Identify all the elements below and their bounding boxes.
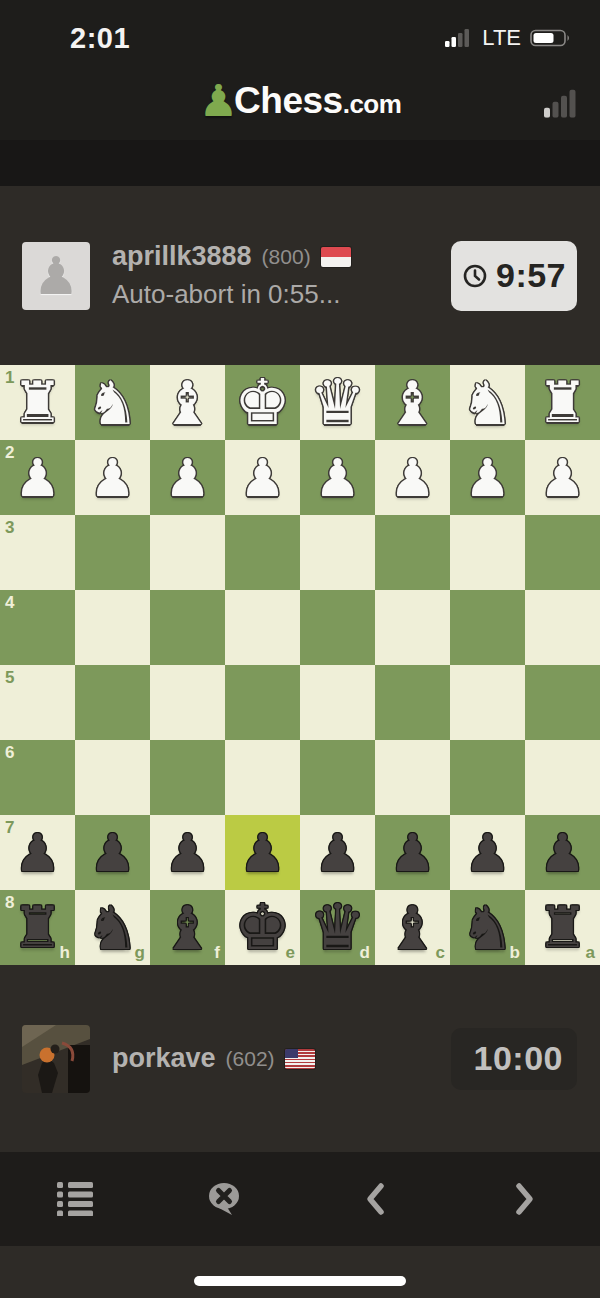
square-e4[interactable] <box>225 590 300 665</box>
own-clock-time: 10:00 <box>474 1039 563 1078</box>
opponent-clock-time: 9:57 <box>496 256 566 295</box>
square-c4[interactable] <box>375 590 450 665</box>
square-c1[interactable]: ♝ <box>375 365 450 440</box>
square-g6[interactable] <box>75 740 150 815</box>
chess-board[interactable]: ♜1♞♝♚♛♝♞♜♟2♟♟♟♟♟♟♟3456♟7♟♟♟♟♟♟♟♜8h♞g♝f♚e… <box>0 365 600 965</box>
piece-black-pawn[interactable]: ♟ <box>450 815 525 890</box>
piece-black-pawn[interactable]: ♟ <box>300 815 375 890</box>
game-toolbar <box>0 1152 600 1246</box>
square-a1[interactable]: ♜ <box>525 365 600 440</box>
logo-text: Chess.com <box>234 80 401 122</box>
piece-white-rook[interactable]: ♜ <box>525 365 600 440</box>
opponent-player-bar: ♟ aprillk3888 (800) Auto-abort in 0:55..… <box>0 186 600 365</box>
file-label-d: d <box>360 943 370 963</box>
chevron-right-icon <box>513 1181 537 1217</box>
square-a2[interactable]: ♟ <box>525 440 600 515</box>
file-label-g: g <box>135 943 145 963</box>
piece-white-knight[interactable]: ♞ <box>75 365 150 440</box>
own-username[interactable]: porkave <box>112 1043 216 1074</box>
square-h7[interactable]: ♟7 <box>0 815 75 890</box>
status-right-cluster: LTE <box>445 25 572 51</box>
square-g2[interactable]: ♟ <box>75 440 150 515</box>
square-f4[interactable] <box>150 590 225 665</box>
file-label-f: f <box>214 943 220 963</box>
home-indicator[interactable] <box>194 1276 406 1286</box>
square-h5[interactable]: 5 <box>0 665 75 740</box>
auto-abort-message: Auto-abort in 0:55... <box>112 279 451 310</box>
square-g8[interactable]: ♞g <box>75 890 150 965</box>
cell-signal-icon <box>445 29 473 47</box>
square-b7[interactable]: ♟ <box>450 815 525 890</box>
square-c2[interactable]: ♟ <box>375 440 450 515</box>
rank-label-8: 8 <box>5 893 14 913</box>
square-b2[interactable]: ♟ <box>450 440 525 515</box>
rank-label-5: 5 <box>5 668 14 688</box>
chat-disabled-button[interactable] <box>150 1152 300 1246</box>
piece-black-pawn[interactable]: ♟ <box>75 815 150 890</box>
square-h6[interactable]: 6 <box>0 740 75 815</box>
chesscom-app-screen: 2:01 LTE ♟ Chess.com <box>0 0 600 1298</box>
square-a4[interactable] <box>525 590 600 665</box>
chevron-left-icon <box>363 1181 387 1217</box>
square-f3[interactable] <box>150 515 225 590</box>
square-b6[interactable] <box>450 740 525 815</box>
rank-label-6: 6 <box>5 743 14 763</box>
rank-label-3: 3 <box>5 518 14 538</box>
chat-disabled-icon <box>207 1181 243 1217</box>
square-f7[interactable]: ♟ <box>150 815 225 890</box>
square-e7[interactable]: ♟ <box>225 815 300 890</box>
square-h4[interactable]: 4 <box>0 590 75 665</box>
square-d3[interactable] <box>300 515 375 590</box>
piece-white-pawn[interactable]: ♟ <box>300 440 375 515</box>
square-g4[interactable] <box>75 590 150 665</box>
previous-move-button[interactable] <box>300 1152 450 1246</box>
square-a6[interactable] <box>525 740 600 815</box>
square-g1[interactable]: ♞ <box>75 365 150 440</box>
rank-label-4: 4 <box>5 593 14 613</box>
opponent-info: aprillk3888 (800) Auto-abort in 0:55... <box>112 241 451 310</box>
square-f2[interactable]: ♟ <box>150 440 225 515</box>
piece-white-pawn[interactable]: ♟ <box>375 440 450 515</box>
default-pawn-avatar-icon: ♟ <box>33 246 80 306</box>
piece-black-pawn[interactable]: ♟ <box>150 815 225 890</box>
square-d2[interactable]: ♟ <box>300 440 375 515</box>
next-move-button[interactable] <box>450 1152 600 1246</box>
square-c8[interactable]: ♝c <box>375 890 450 965</box>
own-clock: 10:00 <box>451 1028 577 1090</box>
square-g3[interactable] <box>75 515 150 590</box>
square-b1[interactable]: ♞ <box>450 365 525 440</box>
square-d6[interactable] <box>300 740 375 815</box>
rank-label-2: 2 <box>5 443 14 463</box>
header-divider <box>0 140 600 186</box>
square-c3[interactable] <box>375 515 450 590</box>
square-h2[interactable]: ♟2 <box>0 440 75 515</box>
indonesia-flag-icon <box>321 247 351 267</box>
moves-list-icon <box>57 1182 93 1216</box>
piece-white-bishop[interactable]: ♝ <box>375 365 450 440</box>
status-bar: 2:01 LTE <box>0 0 600 62</box>
chesscom-logo: ♟ Chess.com <box>199 79 402 123</box>
square-b4[interactable] <box>450 590 525 665</box>
piece-white-pawn[interactable]: ♟ <box>225 440 300 515</box>
square-e5[interactable] <box>225 665 300 740</box>
usa-flag-icon <box>285 1049 315 1069</box>
app-header: ♟ Chess.com <box>0 62 600 140</box>
square-b3[interactable] <box>450 515 525 590</box>
file-label-b: b <box>510 943 520 963</box>
square-f1[interactable]: ♝ <box>150 365 225 440</box>
square-c7[interactable]: ♟ <box>375 815 450 890</box>
moves-list-button[interactable] <box>0 1152 150 1246</box>
piece-white-queen[interactable]: ♛ <box>300 365 375 440</box>
own-rating: (602) <box>226 1047 275 1071</box>
piece-white-knight[interactable]: ♞ <box>450 365 525 440</box>
square-f8[interactable]: ♝f <box>150 890 225 965</box>
square-h1[interactable]: ♜1 <box>0 365 75 440</box>
file-label-a: a <box>586 943 595 963</box>
own-player-bar: porkave (602) 10:00 <box>0 965 600 1152</box>
opponent-avatar[interactable]: ♟ <box>22 242 90 310</box>
clock-icon <box>462 263 488 289</box>
square-d1[interactable]: ♛ <box>300 365 375 440</box>
square-b8[interactable]: ♞b <box>450 890 525 965</box>
piece-white-king[interactable]: ♚ <box>225 365 300 440</box>
piece-black-pawn[interactable]: ♟ <box>525 815 600 890</box>
square-e1[interactable]: ♚ <box>225 365 300 440</box>
square-h8[interactable]: ♜8h <box>0 890 75 965</box>
square-b5[interactable] <box>450 665 525 740</box>
opponent-username[interactable]: aprillk3888 <box>112 241 252 272</box>
square-a8[interactable]: ♜a <box>525 890 600 965</box>
square-e3[interactable] <box>225 515 300 590</box>
green-pawn-logo-icon: ♟ <box>199 79 238 123</box>
square-g5[interactable] <box>75 665 150 740</box>
file-label-e: e <box>286 943 295 963</box>
piece-white-pawn[interactable]: ♟ <box>525 440 600 515</box>
piece-white-pawn[interactable]: ♟ <box>150 440 225 515</box>
square-c6[interactable] <box>375 740 450 815</box>
piece-black-pawn[interactable]: ♟ <box>225 815 300 890</box>
square-d8[interactable]: ♛d <box>300 890 375 965</box>
square-a7[interactable]: ♟ <box>525 815 600 890</box>
square-d5[interactable] <box>300 665 375 740</box>
square-g7[interactable]: ♟ <box>75 815 150 890</box>
carrier-label: LTE <box>482 25 521 51</box>
piece-white-bishop[interactable]: ♝ <box>150 365 225 440</box>
basketball-photo-avatar <box>22 1025 90 1093</box>
bottom-safe-area <box>0 1246 600 1298</box>
opponent-clock: 9:57 <box>451 241 577 311</box>
opponent-rating: (800) <box>262 245 311 269</box>
connection-strength-icon <box>544 88 578 118</box>
square-e8[interactable]: ♚e <box>225 890 300 965</box>
square-f6[interactable] <box>150 740 225 815</box>
square-d4[interactable] <box>300 590 375 665</box>
square-a5[interactable] <box>525 665 600 740</box>
rank-label-7: 7 <box>5 818 14 838</box>
square-d7[interactable]: ♟ <box>300 815 375 890</box>
file-label-h: h <box>60 943 70 963</box>
rank-label-1: 1 <box>5 368 14 388</box>
own-avatar[interactable] <box>22 1025 90 1093</box>
piece-white-pawn[interactable]: ♟ <box>450 440 525 515</box>
square-e6[interactable] <box>225 740 300 815</box>
piece-black-pawn[interactable]: ♟ <box>375 815 450 890</box>
square-h3[interactable]: 3 <box>0 515 75 590</box>
battery-icon <box>530 28 572 48</box>
square-c5[interactable] <box>375 665 450 740</box>
status-time: 2:01 <box>70 22 130 55</box>
square-e2[interactable]: ♟ <box>225 440 300 515</box>
square-f5[interactable] <box>150 665 225 740</box>
own-info: porkave (602) <box>112 1043 451 1074</box>
piece-white-pawn[interactable]: ♟ <box>75 440 150 515</box>
file-label-c: c <box>436 943 445 963</box>
square-a3[interactable] <box>525 515 600 590</box>
